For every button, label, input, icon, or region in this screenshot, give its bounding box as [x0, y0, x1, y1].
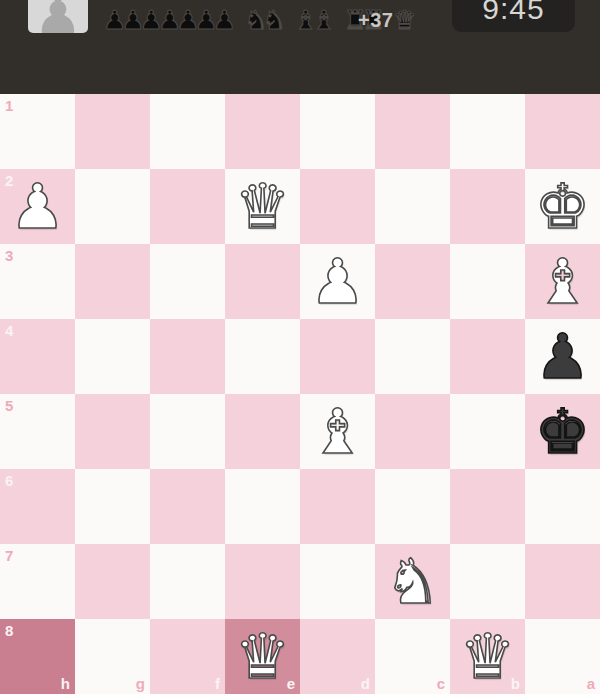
- square-h2[interactable]: 2♟: [0, 169, 75, 244]
- chess-app-screen: ♟ ♟♟♟♟♟♟♟♞♞♝♝♜♜♛ +37 9:45 12♟♛♚3♟♝4♟5♝♚6…: [0, 0, 600, 694]
- file-label-g: g: [136, 675, 145, 692]
- square-e8[interactable]: e♛: [225, 619, 300, 694]
- square-d8[interactable]: d: [300, 619, 375, 694]
- file-label-d: d: [361, 675, 370, 692]
- white-queen: ♛: [225, 619, 300, 694]
- captured-knights: ♞♞: [244, 7, 281, 33]
- square-e1[interactable]: [225, 94, 300, 169]
- rank-label-1: 1: [5, 97, 13, 114]
- square-c8[interactable]: c: [375, 619, 450, 694]
- file-label-c: c: [437, 675, 445, 692]
- square-h8[interactable]: 8h: [0, 619, 75, 694]
- square-f1[interactable]: [150, 94, 225, 169]
- square-g8[interactable]: g: [75, 619, 150, 694]
- material-advantage: +37: [358, 9, 393, 32]
- rank-label-7: 7: [5, 547, 13, 564]
- square-d2[interactable]: [300, 169, 375, 244]
- square-a2[interactable]: ♚: [525, 169, 600, 244]
- square-d5[interactable]: ♝: [300, 394, 375, 469]
- square-d7[interactable]: [300, 544, 375, 619]
- white-bishop: ♝: [525, 244, 600, 319]
- square-b8[interactable]: b♛: [450, 619, 525, 694]
- square-a3[interactable]: ♝: [525, 244, 600, 319]
- captured-bishops: ♝♝: [294, 7, 331, 33]
- square-a5[interactable]: ♚: [525, 394, 600, 469]
- square-g4[interactable]: [75, 319, 150, 394]
- square-b2[interactable]: [450, 169, 525, 244]
- square-c5[interactable]: [375, 394, 450, 469]
- rank-label-3: 3: [5, 247, 13, 264]
- square-f4[interactable]: [150, 319, 225, 394]
- rank-label-4: 4: [5, 322, 13, 339]
- square-a6[interactable]: [525, 469, 600, 544]
- captured-pawns: ♟♟♟♟♟♟♟: [103, 7, 231, 33]
- square-a4[interactable]: ♟: [525, 319, 600, 394]
- square-b1[interactable]: [450, 94, 525, 169]
- square-b7[interactable]: [450, 544, 525, 619]
- square-d3[interactable]: ♟: [300, 244, 375, 319]
- square-h1[interactable]: 1: [0, 94, 75, 169]
- captured-queens: ♛: [393, 7, 411, 33]
- square-e6[interactable]: [225, 469, 300, 544]
- rank-label-5: 5: [5, 397, 13, 414]
- square-h5[interactable]: 5: [0, 394, 75, 469]
- square-f6[interactable]: [150, 469, 225, 544]
- white-king: ♚: [525, 169, 600, 244]
- square-c1[interactable]: [375, 94, 450, 169]
- square-d4[interactable]: [300, 319, 375, 394]
- square-a8[interactable]: a: [525, 619, 600, 694]
- square-g6[interactable]: [75, 469, 150, 544]
- rank-label-8: 8: [5, 622, 13, 639]
- square-g7[interactable]: [75, 544, 150, 619]
- square-c6[interactable]: [375, 469, 450, 544]
- square-b6[interactable]: [450, 469, 525, 544]
- square-f3[interactable]: [150, 244, 225, 319]
- square-h6[interactable]: 6: [0, 469, 75, 544]
- square-a1[interactable]: [525, 94, 600, 169]
- square-g3[interactable]: [75, 244, 150, 319]
- square-c3[interactable]: [375, 244, 450, 319]
- square-f5[interactable]: [150, 394, 225, 469]
- square-d6[interactable]: [300, 469, 375, 544]
- square-e5[interactable]: [225, 394, 300, 469]
- black-pawn: ♟: [525, 319, 600, 394]
- square-e2[interactable]: ♛: [225, 169, 300, 244]
- chess-board: 12♟♛♚3♟♝4♟5♝♚67♞8hgfe♛dcb♛a: [0, 94, 600, 694]
- clock-time: 9:45: [482, 0, 544, 26]
- square-h3[interactable]: 3: [0, 244, 75, 319]
- square-c7[interactable]: ♞: [375, 544, 450, 619]
- square-g1[interactable]: [75, 94, 150, 169]
- player-clock: 9:45: [452, 0, 575, 32]
- rank-label-6: 6: [5, 472, 13, 489]
- square-e7[interactable]: [225, 544, 300, 619]
- square-b4[interactable]: [450, 319, 525, 394]
- square-a7[interactable]: [525, 544, 600, 619]
- square-b3[interactable]: [450, 244, 525, 319]
- player-avatar[interactable]: ♟: [28, 0, 88, 33]
- white-pawn: ♟: [0, 169, 75, 244]
- square-h7[interactable]: 7: [0, 544, 75, 619]
- square-f8[interactable]: f: [150, 619, 225, 694]
- square-c4[interactable]: [375, 319, 450, 394]
- square-f7[interactable]: [150, 544, 225, 619]
- file-label-f: f: [215, 675, 220, 692]
- square-g5[interactable]: [75, 394, 150, 469]
- file-label-a: a: [587, 675, 595, 692]
- avatar-pawn-icon: ♟: [34, 0, 82, 33]
- square-g2[interactable]: [75, 169, 150, 244]
- square-e4[interactable]: [225, 319, 300, 394]
- square-h4[interactable]: 4: [0, 319, 75, 394]
- opponent-header-bar: ♟ ♟♟♟♟♟♟♟♞♞♝♝♜♜♛ +37 9:45: [0, 0, 600, 94]
- square-b5[interactable]: [450, 394, 525, 469]
- file-label-h: h: [61, 675, 70, 692]
- white-pawn: ♟: [300, 244, 375, 319]
- square-d1[interactable]: [300, 94, 375, 169]
- square-e3[interactable]: [225, 244, 300, 319]
- white-queen: ♛: [450, 619, 525, 694]
- black-king: ♚: [525, 394, 600, 469]
- white-queen: ♛: [225, 169, 300, 244]
- square-c2[interactable]: [375, 169, 450, 244]
- square-f2[interactable]: [150, 169, 225, 244]
- white-knight: ♞: [375, 544, 450, 619]
- white-bishop: ♝: [300, 394, 375, 469]
